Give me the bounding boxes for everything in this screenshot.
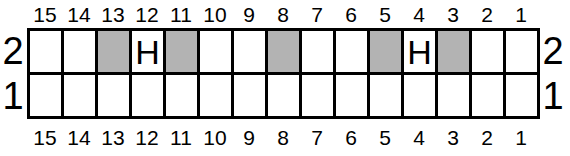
column-label-bottom-6: 6 bbox=[334, 119, 368, 156]
column-labels-top: 151413121110987654321 bbox=[28, 0, 538, 28]
column-label-top-4: 4 bbox=[402, 0, 436, 28]
cell-r2-c5 bbox=[370, 31, 401, 72]
column-label-bottom-2: 2 bbox=[470, 119, 504, 156]
column-label-bottom-4: 4 bbox=[402, 119, 436, 156]
cell-r2-c4: H bbox=[404, 31, 435, 72]
column-label-top-11: 11 bbox=[164, 0, 198, 28]
column-label-top-5: 5 bbox=[368, 0, 402, 28]
column-label-top-3: 3 bbox=[436, 0, 470, 28]
cell-r2-c1 bbox=[506, 31, 537, 72]
cell-r2-c15 bbox=[30, 31, 61, 72]
column-label-bottom-12: 12 bbox=[130, 119, 164, 156]
cell-r2-c8 bbox=[268, 31, 299, 72]
column-label-bottom-3: 3 bbox=[436, 119, 470, 156]
column-label-bottom-10: 10 bbox=[198, 119, 232, 156]
column-label-top-10: 10 bbox=[198, 0, 232, 28]
cell-r2-c10 bbox=[200, 31, 231, 72]
cell-r1-c4 bbox=[404, 75, 435, 116]
column-labels-bottom: 151413121110987654321 bbox=[28, 119, 538, 156]
cell-r2-c2 bbox=[472, 31, 503, 72]
cell-r1-c8 bbox=[268, 75, 299, 116]
cell-r2-c13 bbox=[98, 31, 129, 72]
cell-r1-c1 bbox=[506, 75, 537, 116]
board-diagram: 151413121110987654321 2 1 HH 2 1 1514131… bbox=[0, 0, 570, 156]
column-label-bottom-13: 13 bbox=[96, 119, 130, 156]
cell-r1-c5 bbox=[370, 75, 401, 116]
cell-r2-c7 bbox=[302, 31, 333, 72]
cell-r1-c9 bbox=[234, 75, 265, 116]
cell-r1-c12 bbox=[132, 75, 163, 116]
column-label-bottom-5: 5 bbox=[368, 119, 402, 156]
column-label-bottom-8: 8 bbox=[266, 119, 300, 156]
cell-r1-c13 bbox=[98, 75, 129, 116]
column-label-top-15: 15 bbox=[28, 0, 62, 28]
cell-r2-c14 bbox=[64, 31, 95, 72]
column-label-bottom-1: 1 bbox=[504, 119, 538, 156]
column-label-bottom-15: 15 bbox=[28, 119, 62, 156]
column-label-top-13: 13 bbox=[96, 0, 130, 28]
cell-r2-c3 bbox=[438, 31, 469, 72]
column-label-bottom-14: 14 bbox=[62, 119, 96, 156]
cell-r1-c11 bbox=[166, 75, 197, 116]
column-label-top-8: 8 bbox=[266, 0, 300, 28]
cell-r2-c9 bbox=[234, 31, 265, 72]
column-label-top-7: 7 bbox=[300, 0, 334, 28]
cell-r1-c14 bbox=[64, 75, 95, 116]
cell-r2-c12: H bbox=[132, 31, 163, 72]
row-label-right-1: 1 bbox=[542, 77, 563, 115]
row-label-right-2: 2 bbox=[542, 32, 563, 70]
column-label-top-14: 14 bbox=[62, 0, 96, 28]
cell-r1-c10 bbox=[200, 75, 231, 116]
cell-r1-c15 bbox=[30, 75, 61, 116]
cell-r1-c6 bbox=[336, 75, 367, 116]
cell-r1-c2 bbox=[472, 75, 503, 116]
column-label-top-1: 1 bbox=[504, 0, 538, 28]
cell-r2-c6 bbox=[336, 31, 367, 72]
column-label-top-12: 12 bbox=[130, 0, 164, 28]
cell-r1-c7 bbox=[302, 75, 333, 116]
row-label-left-2: 2 bbox=[2, 32, 23, 70]
board-grid: HH bbox=[27, 28, 540, 119]
column-label-top-2: 2 bbox=[470, 0, 504, 28]
row-label-left-1: 1 bbox=[2, 77, 23, 115]
column-label-top-6: 6 bbox=[334, 0, 368, 28]
column-label-bottom-9: 9 bbox=[232, 119, 266, 156]
column-label-bottom-7: 7 bbox=[300, 119, 334, 156]
column-label-bottom-11: 11 bbox=[164, 119, 198, 156]
cell-r2-c11 bbox=[166, 31, 197, 72]
cell-r1-c3 bbox=[438, 75, 469, 116]
column-label-top-9: 9 bbox=[232, 0, 266, 28]
